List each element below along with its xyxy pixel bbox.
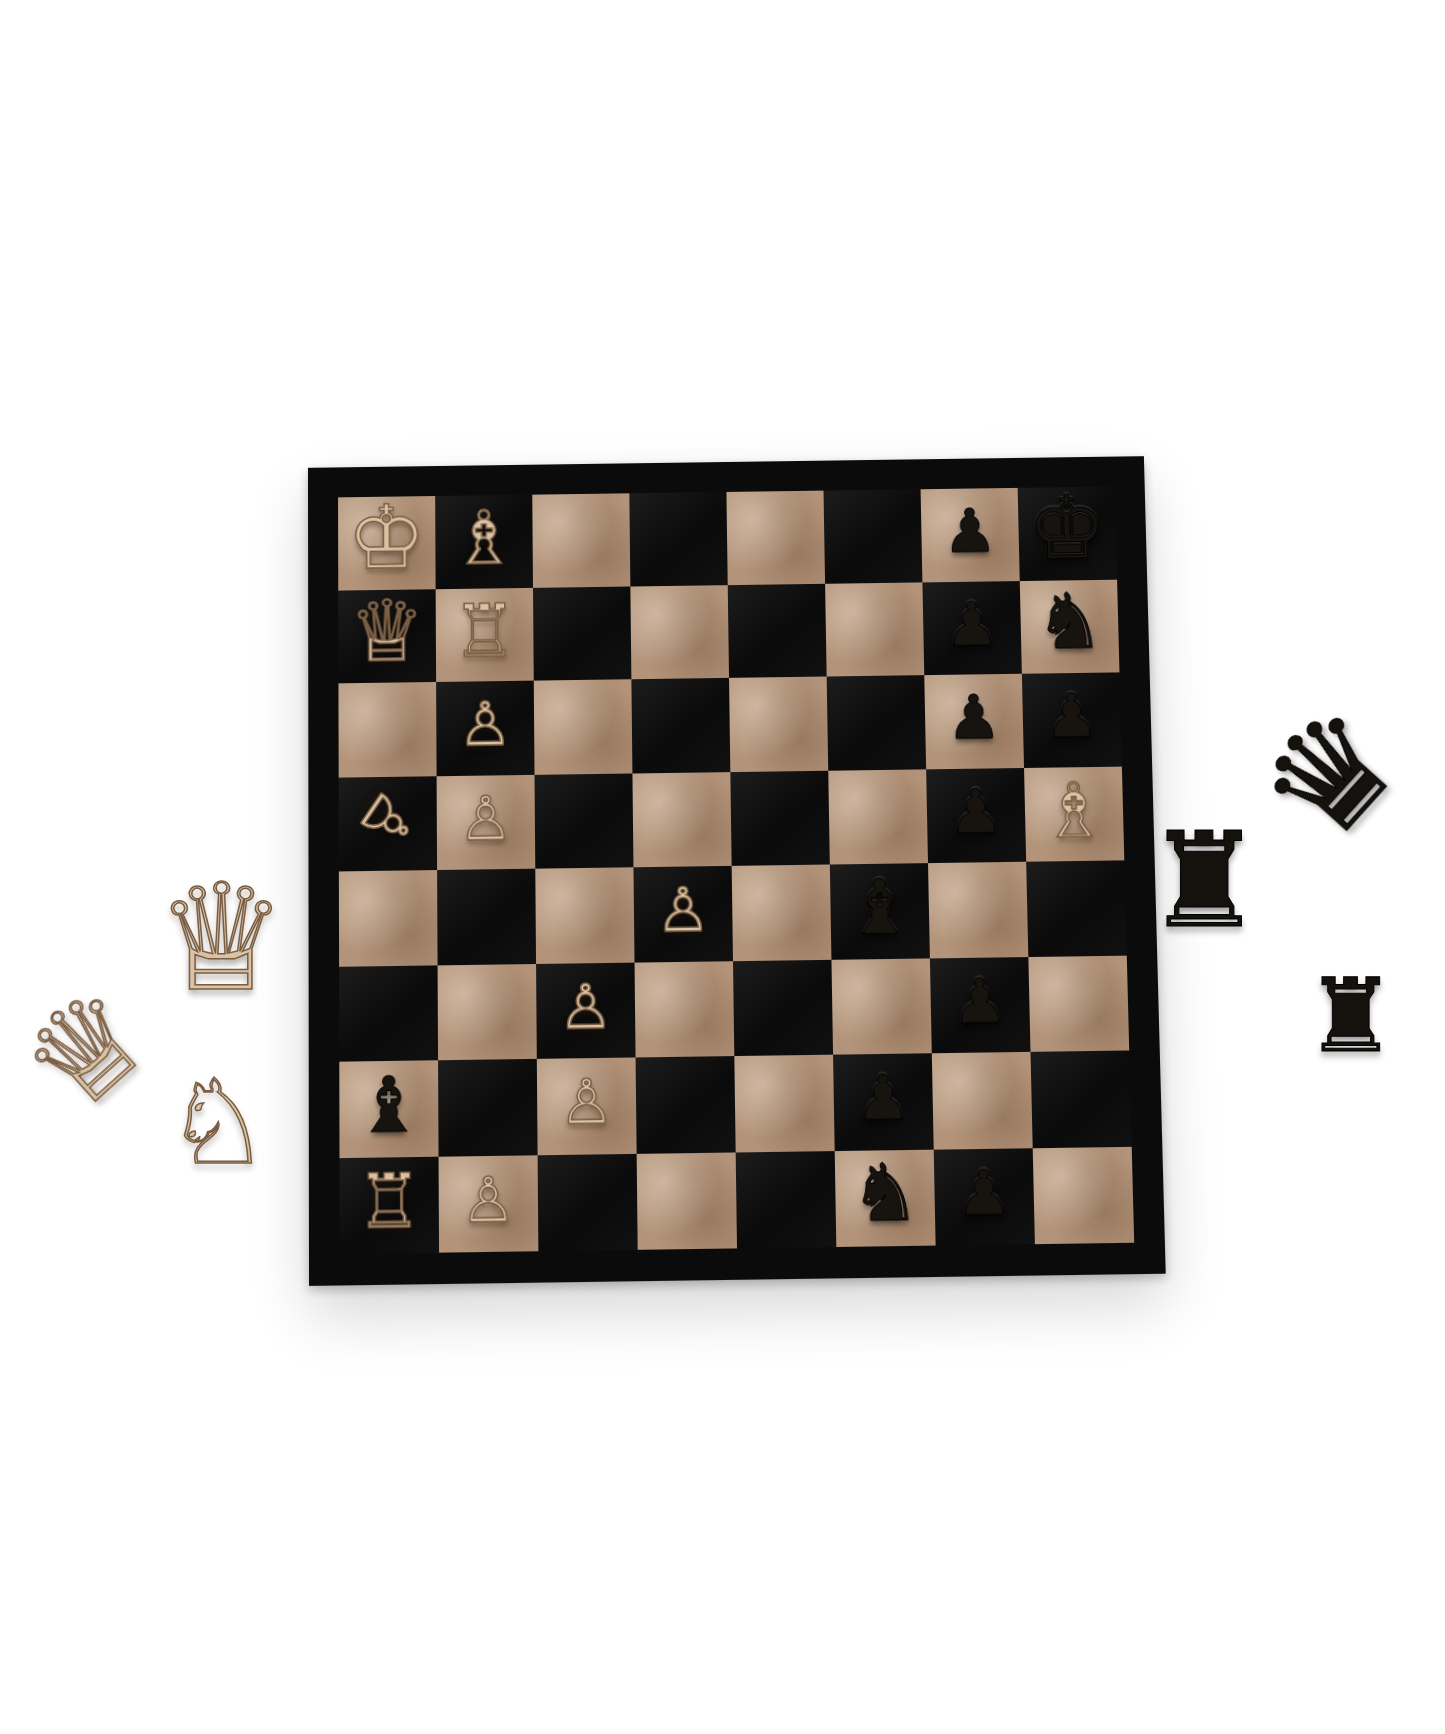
square-b8[interactable]: ♗ — [435, 495, 533, 589]
square-f4[interactable]: ♝ — [830, 863, 930, 959]
square-f8[interactable] — [823, 489, 922, 583]
square-c3[interactable]: ♙ — [536, 962, 636, 1059]
square-b5[interactable]: ♙ — [437, 774, 536, 870]
square-a3[interactable] — [339, 965, 438, 1062]
square-b6[interactable]: ♙ — [436, 681, 534, 776]
square-e5[interactable] — [730, 770, 829, 866]
square-b7[interactable]: ♖ — [436, 587, 534, 682]
square-e8[interactable] — [726, 491, 825, 585]
square-e4[interactable] — [732, 865, 832, 961]
piece-black-pawn-g1[interactable]: ♟ — [956, 1161, 1012, 1224]
square-h8[interactable]: ♚ — [1018, 487, 1117, 581]
square-e6[interactable] — [729, 676, 828, 771]
square-g1[interactable]: ♟ — [934, 1148, 1035, 1246]
square-f1[interactable]: ♞ — [835, 1149, 936, 1247]
piece-black-pawn-g7[interactable]: ♟ — [944, 594, 999, 655]
captured-white-leaning-piece[interactable]: ♕ — [1, 964, 172, 1136]
piece-white-pawn-d4[interactable]: ♙ — [655, 879, 710, 941]
square-g7[interactable]: ♟ — [922, 581, 1021, 676]
captured-black-upright-piece[interactable]: ♜ — [1145, 814, 1263, 946]
square-a5[interactable]: ♙ — [339, 776, 437, 872]
square-h3[interactable] — [1028, 955, 1129, 1052]
piece-black-king-h8[interactable]: ♚ — [1027, 484, 1108, 573]
square-d8[interactable] — [629, 492, 727, 586]
piece-black-bishop-a2[interactable]: ♝ — [355, 1065, 423, 1143]
square-e2[interactable] — [734, 1055, 834, 1152]
piece-black-pawn-g8[interactable]: ♟ — [942, 501, 997, 562]
captured-black-shorter-piece[interactable]: ♜ — [1305, 965, 1396, 1067]
square-g2[interactable] — [932, 1052, 1033, 1149]
chess-board-grid: ♔♗♟♚♕♖♟♞♙♟♟♙♙♟♗♙♝♙♟♝♙♟♖♙♞♟ — [308, 456, 1166, 1286]
piece-white-pawn-c2[interactable]: ♙ — [559, 1071, 614, 1134]
piece-black-bishop-f4[interactable]: ♝ — [845, 868, 914, 945]
square-f6[interactable] — [827, 675, 926, 770]
square-e1[interactable] — [736, 1151, 837, 1249]
piece-black-pawn-g3[interactable]: ♟ — [952, 970, 1008, 1033]
square-g3[interactable]: ♟ — [930, 957, 1031, 1054]
square-b3[interactable] — [438, 963, 537, 1060]
piece-white-rook-a1[interactable]: ♖ — [356, 1163, 422, 1239]
square-c6[interactable] — [534, 679, 633, 774]
square-g4[interactable] — [928, 862, 1028, 958]
piece-black-pawn-f2[interactable]: ♟ — [855, 1067, 911, 1130]
square-d5[interactable] — [632, 772, 731, 868]
square-b2[interactable] — [438, 1059, 538, 1156]
square-c8[interactable] — [532, 493, 630, 587]
square-a1[interactable]: ♖ — [339, 1156, 439, 1254]
square-c5[interactable] — [535, 773, 634, 869]
square-d7[interactable] — [630, 585, 729, 680]
square-d3[interactable] — [635, 961, 735, 1058]
square-h7[interactable]: ♞ — [1020, 579, 1120, 674]
square-h5[interactable]: ♗ — [1024, 766, 1124, 862]
square-a2[interactable]: ♝ — [339, 1060, 438, 1157]
piece-black-knight-f1[interactable]: ♞ — [849, 1153, 920, 1233]
square-h2[interactable] — [1031, 1050, 1132, 1147]
square-f7[interactable] — [825, 582, 924, 677]
square-d4[interactable]: ♙ — [633, 866, 733, 962]
square-f2[interactable]: ♟ — [833, 1053, 934, 1150]
square-a4[interactable] — [339, 870, 438, 966]
square-h6[interactable]: ♟ — [1022, 672, 1122, 767]
piece-black-pawn-g6[interactable]: ♟ — [946, 687, 1002, 749]
square-e7[interactable] — [728, 583, 827, 678]
square-d6[interactable] — [631, 678, 730, 773]
piece-white-pawn-a5[interactable]: ♙ — [347, 780, 428, 860]
square-f3[interactable] — [831, 958, 931, 1055]
piece-white-pawn-b6[interactable]: ♙ — [458, 694, 513, 756]
square-h4[interactable] — [1026, 860, 1127, 956]
square-g5[interactable]: ♟ — [926, 767, 1026, 863]
square-a7[interactable]: ♕ — [338, 589, 436, 684]
square-d1[interactable] — [637, 1152, 737, 1250]
piece-white-queen-a7[interactable]: ♕ — [349, 588, 425, 674]
piece-white-bishop-h5[interactable]: ♗ — [1040, 771, 1109, 847]
square-b4[interactable] — [437, 869, 536, 965]
square-g8[interactable]: ♟ — [921, 488, 1020, 582]
square-a8[interactable]: ♔ — [338, 496, 436, 590]
piece-white-bishop-b8[interactable]: ♗ — [451, 500, 518, 575]
piece-white-pawn-b5[interactable]: ♙ — [458, 788, 513, 850]
square-h1[interactable] — [1033, 1146, 1134, 1244]
square-g6[interactable]: ♟ — [924, 674, 1024, 769]
square-c7[interactable] — [533, 586, 631, 681]
square-a6[interactable] — [338, 682, 436, 777]
square-c2[interactable]: ♙ — [537, 1057, 637, 1154]
captured-white-upright-piece[interactable]: ♕ — [155, 864, 288, 1012]
square-c4[interactable] — [535, 867, 634, 963]
square-b1[interactable]: ♙ — [439, 1155, 539, 1253]
captured-white-knight-piece[interactable]: ♘ — [165, 1063, 271, 1181]
piece-black-pawn-g5[interactable]: ♟ — [948, 781, 1004, 843]
chess-board: ♔♗♟♚♕♖♟♞♙♟♟♙♙♟♗♙♝♙♟♝♙♟♖♙♞♟ — [308, 456, 1166, 1286]
square-e3[interactable] — [733, 959, 833, 1056]
piece-white-pawn-c3[interactable]: ♙ — [558, 975, 613, 1038]
square-f5[interactable] — [828, 769, 928, 865]
piece-white-king-a8[interactable]: ♔ — [347, 493, 426, 582]
captured-black-tilted-piece[interactable]: ♛ — [1235, 680, 1426, 870]
square-c1[interactable] — [538, 1153, 638, 1251]
piece-white-rook-b7[interactable]: ♖ — [452, 594, 517, 667]
piece-white-pawn-b1[interactable]: ♙ — [461, 1168, 516, 1231]
piece-black-pawn-h6[interactable]: ♟ — [1044, 685, 1100, 747]
square-d2[interactable] — [636, 1056, 736, 1153]
piece-black-knight-h7[interactable]: ♞ — [1034, 583, 1104, 661]
